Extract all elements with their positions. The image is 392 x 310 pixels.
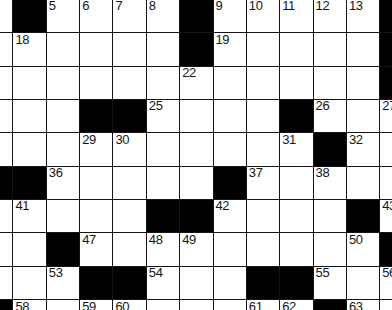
block-cell-r4c10 <box>280 100 312 132</box>
cell-r8c7[interactable]: 49 <box>180 233 212 265</box>
cell-r2c5[interactable] <box>113 33 145 65</box>
cell-r6c13[interactable] <box>380 167 392 199</box>
crossword-viewport: 5678910111213181922252627293031323637384… <box>0 0 392 310</box>
cell-r6c3[interactable]: 36 <box>47 167 79 199</box>
cell-r10c4[interactable]: 59 <box>80 300 112 310</box>
cell-r3c7[interactable]: 22 <box>180 67 212 99</box>
block-cell-r9c9 <box>247 267 279 299</box>
cell-r9c2[interactable] <box>13 267 45 299</box>
cell-r2c3[interactable] <box>47 33 79 65</box>
clue-number-29: 29 <box>82 134 96 145</box>
cell-r1c10[interactable]: 11 <box>280 0 312 32</box>
cell-r4c11[interactable]: 26 <box>314 100 346 132</box>
cell-r6c4[interactable] <box>80 167 112 199</box>
cell-r5c5[interactable]: 30 <box>113 133 145 165</box>
cell-r9c7[interactable] <box>180 267 212 299</box>
clue-number-30: 30 <box>115 134 129 145</box>
cell-r9c3[interactable]: 53 <box>47 267 79 299</box>
cell-r4c12[interactable] <box>347 100 379 132</box>
cell-r10c12[interactable]: 63 <box>347 300 379 310</box>
cell-r7c9[interactable] <box>247 200 279 232</box>
cell-r10c7[interactable] <box>180 300 212 310</box>
cell-r3c4[interactable] <box>80 67 112 99</box>
block-cell-r10c11 <box>314 300 346 310</box>
cell-r4c13[interactable]: 27 <box>380 100 392 132</box>
cell-r7c8[interactable]: 42 <box>214 200 246 232</box>
cell-r5c4[interactable]: 29 <box>80 133 112 165</box>
cell-r9c12[interactable] <box>347 267 379 299</box>
cell-r8c12[interactable]: 50 <box>347 233 379 265</box>
cell-r5c2[interactable] <box>13 133 45 165</box>
clue-number-5: 5 <box>49 0 56 11</box>
cell-r3c2[interactable] <box>13 67 45 99</box>
cell-r3c3[interactable] <box>47 67 79 99</box>
clue-number-27: 27 <box>382 100 392 111</box>
clue-number-62: 62 <box>282 301 296 310</box>
clue-number-13: 13 <box>349 0 363 11</box>
cell-r6c5[interactable] <box>113 167 145 199</box>
cell-r9c13[interactable]: 56 <box>380 267 392 299</box>
cell-r3c8[interactable] <box>214 67 246 99</box>
clue-number-50: 50 <box>349 234 363 245</box>
cell-r2c12[interactable] <box>347 33 379 65</box>
cell-r4c3[interactable] <box>47 100 79 132</box>
cell-r8c9[interactable] <box>247 233 279 265</box>
clue-number-6: 6 <box>82 0 89 11</box>
block-cell-r9c4 <box>80 267 112 299</box>
block-cell-r7c6 <box>147 200 179 232</box>
cell-r3c1[interactable] <box>0 67 12 99</box>
cell-r8c10[interactable] <box>280 233 312 265</box>
cell-r8c5[interactable] <box>113 233 145 265</box>
cell-r6c12[interactable] <box>347 167 379 199</box>
clue-number-55: 55 <box>316 267 330 278</box>
cell-r4c2[interactable] <box>13 100 45 132</box>
clue-number-41: 41 <box>15 200 29 211</box>
cell-r7c11[interactable] <box>314 200 346 232</box>
cell-r6c10[interactable] <box>280 167 312 199</box>
cell-r3c6[interactable] <box>147 67 179 99</box>
cell-r4c8[interactable] <box>214 100 246 132</box>
cell-r7c13[interactable]: 43 <box>380 200 392 232</box>
crossword-grid: 5678910111213181922252627293031323637384… <box>0 0 392 310</box>
cell-r5c8[interactable] <box>214 133 246 165</box>
cell-r5c10[interactable]: 31 <box>280 133 312 165</box>
block-cell-r6c1 <box>0 167 12 199</box>
cell-r2c8[interactable]: 19 <box>214 33 246 65</box>
cell-r10c8[interactable] <box>214 300 246 310</box>
clue-number-42: 42 <box>216 200 230 211</box>
clue-number-63: 63 <box>349 301 363 310</box>
cell-r5c12[interactable]: 32 <box>347 133 379 165</box>
block-cell-r2c13 <box>380 33 392 65</box>
cell-r2c2[interactable]: 18 <box>13 33 45 65</box>
cell-r1c8[interactable]: 9 <box>214 0 246 32</box>
cell-r8c2[interactable] <box>13 233 45 265</box>
cell-r1c4[interactable]: 6 <box>80 0 112 32</box>
clue-number-59: 59 <box>82 301 96 310</box>
clue-number-18: 18 <box>15 34 29 45</box>
cell-r8c4[interactable]: 47 <box>80 233 112 265</box>
clue-number-25: 25 <box>149 100 163 111</box>
cell-r6c7[interactable] <box>180 167 212 199</box>
cell-r5c1[interactable] <box>0 133 12 165</box>
cell-r9c11[interactable]: 55 <box>314 267 346 299</box>
cell-r4c6[interactable]: 25 <box>147 100 179 132</box>
cell-r2c9[interactable] <box>247 33 279 65</box>
clue-number-48: 48 <box>149 234 163 245</box>
cell-r9c6[interactable]: 54 <box>147 267 179 299</box>
cell-r3c11[interactable] <box>314 67 346 99</box>
clue-number-47: 47 <box>82 234 96 245</box>
clue-number-36: 36 <box>49 167 63 178</box>
block-cell-r5c11 <box>314 133 346 165</box>
block-cell-r1c7 <box>180 0 212 32</box>
cell-r8c1[interactable] <box>0 233 12 265</box>
cell-r1c11[interactable]: 12 <box>314 0 346 32</box>
cell-r7c2[interactable]: 41 <box>13 200 45 232</box>
cell-r8c8[interactable] <box>214 233 246 265</box>
cell-r5c3[interactable] <box>47 133 79 165</box>
cell-r7c3[interactable] <box>47 200 79 232</box>
cell-r2c10[interactable] <box>280 33 312 65</box>
cell-r9c8[interactable] <box>214 267 246 299</box>
clue-number-53: 53 <box>49 267 63 278</box>
cell-r1c5[interactable]: 7 <box>113 0 145 32</box>
clue-number-12: 12 <box>316 0 330 11</box>
cell-r4c7[interactable] <box>180 100 212 132</box>
cell-r10c9[interactable]: 61 <box>247 300 279 310</box>
cell-r2c11[interactable] <box>314 33 346 65</box>
cell-r4c1[interactable] <box>0 100 12 132</box>
cell-r4c9[interactable] <box>247 100 279 132</box>
block-cell-r4c5 <box>113 100 145 132</box>
block-cell-r1c13 <box>380 0 392 32</box>
cell-r3c12[interactable] <box>347 67 379 99</box>
block-cell-r8c13 <box>380 233 392 265</box>
cell-r8c11[interactable] <box>314 233 346 265</box>
cell-r7c10[interactable] <box>280 200 312 232</box>
clue-number-26: 26 <box>316 100 330 111</box>
cell-r1c12[interactable]: 13 <box>347 0 379 32</box>
cell-r6c11[interactable]: 38 <box>314 167 346 199</box>
cell-r8c6[interactable]: 48 <box>147 233 179 265</box>
block-cell-r6c2 <box>13 167 45 199</box>
cell-r10c10[interactable]: 62 <box>280 300 312 310</box>
clue-number-10: 10 <box>249 0 263 11</box>
cell-r10c2[interactable]: 58 <box>13 300 45 310</box>
cell-r5c9[interactable] <box>247 133 279 165</box>
cell-r10c3[interactable] <box>47 300 79 310</box>
block-cell-r3c13 <box>380 67 392 99</box>
clue-number-7: 7 <box>115 0 122 11</box>
block-cell-r8c3 <box>47 233 79 265</box>
cell-r6c9[interactable]: 37 <box>247 167 279 199</box>
cell-r5c6[interactable] <box>147 133 179 165</box>
cell-r3c9[interactable] <box>247 67 279 99</box>
block-cell-r10c1 <box>0 300 12 310</box>
clue-number-56: 56 <box>382 267 392 278</box>
cell-r7c1[interactable] <box>0 200 12 232</box>
block-cell-r1c2 <box>13 0 45 32</box>
clue-number-22: 22 <box>182 67 196 78</box>
cell-r3c5[interactable] <box>113 67 145 99</box>
cell-r10c5[interactable]: 60 <box>113 300 145 310</box>
cell-r7c4[interactable] <box>80 200 112 232</box>
cell-r1c3[interactable]: 5 <box>47 0 79 32</box>
clue-number-60: 60 <box>115 301 129 310</box>
clue-number-32: 32 <box>349 134 363 145</box>
cell-r2c4[interactable] <box>80 33 112 65</box>
cell-r2c1[interactable] <box>0 33 12 65</box>
block-cell-r6c8 <box>214 167 246 199</box>
clue-number-61: 61 <box>249 301 263 310</box>
block-cell-r7c12 <box>347 200 379 232</box>
block-cell-r9c10 <box>280 267 312 299</box>
cell-r10c13[interactable] <box>380 300 392 310</box>
block-cell-r9c5 <box>113 267 145 299</box>
clue-number-37: 37 <box>249 167 263 178</box>
clue-number-43: 43 <box>382 200 392 211</box>
block-cell-r4c4 <box>80 100 112 132</box>
cell-r1c9[interactable]: 10 <box>247 0 279 32</box>
clue-number-9: 9 <box>216 0 223 11</box>
clue-number-11: 11 <box>282 0 295 11</box>
cell-r9c1[interactable] <box>0 267 12 299</box>
cell-r3c10[interactable] <box>280 67 312 99</box>
clue-number-31: 31 <box>282 134 296 145</box>
block-cell-r7c7 <box>180 200 212 232</box>
cell-r5c7[interactable] <box>180 133 212 165</box>
cell-r2c6[interactable] <box>147 33 179 65</box>
clue-number-58: 58 <box>15 301 29 310</box>
cell-r10c6[interactable] <box>147 300 179 310</box>
cell-r6c6[interactable] <box>147 167 179 199</box>
block-cell-r2c7 <box>180 33 212 65</box>
clue-number-54: 54 <box>149 267 163 278</box>
cell-r1c1[interactable] <box>0 0 12 32</box>
cell-r1c6[interactable]: 8 <box>147 0 179 32</box>
clue-number-38: 38 <box>316 167 330 178</box>
clue-number-49: 49 <box>182 234 196 245</box>
cell-r5c13[interactable] <box>380 133 392 165</box>
cell-r7c5[interactable] <box>113 200 145 232</box>
clue-number-8: 8 <box>149 0 156 11</box>
clue-number-19: 19 <box>216 34 230 45</box>
